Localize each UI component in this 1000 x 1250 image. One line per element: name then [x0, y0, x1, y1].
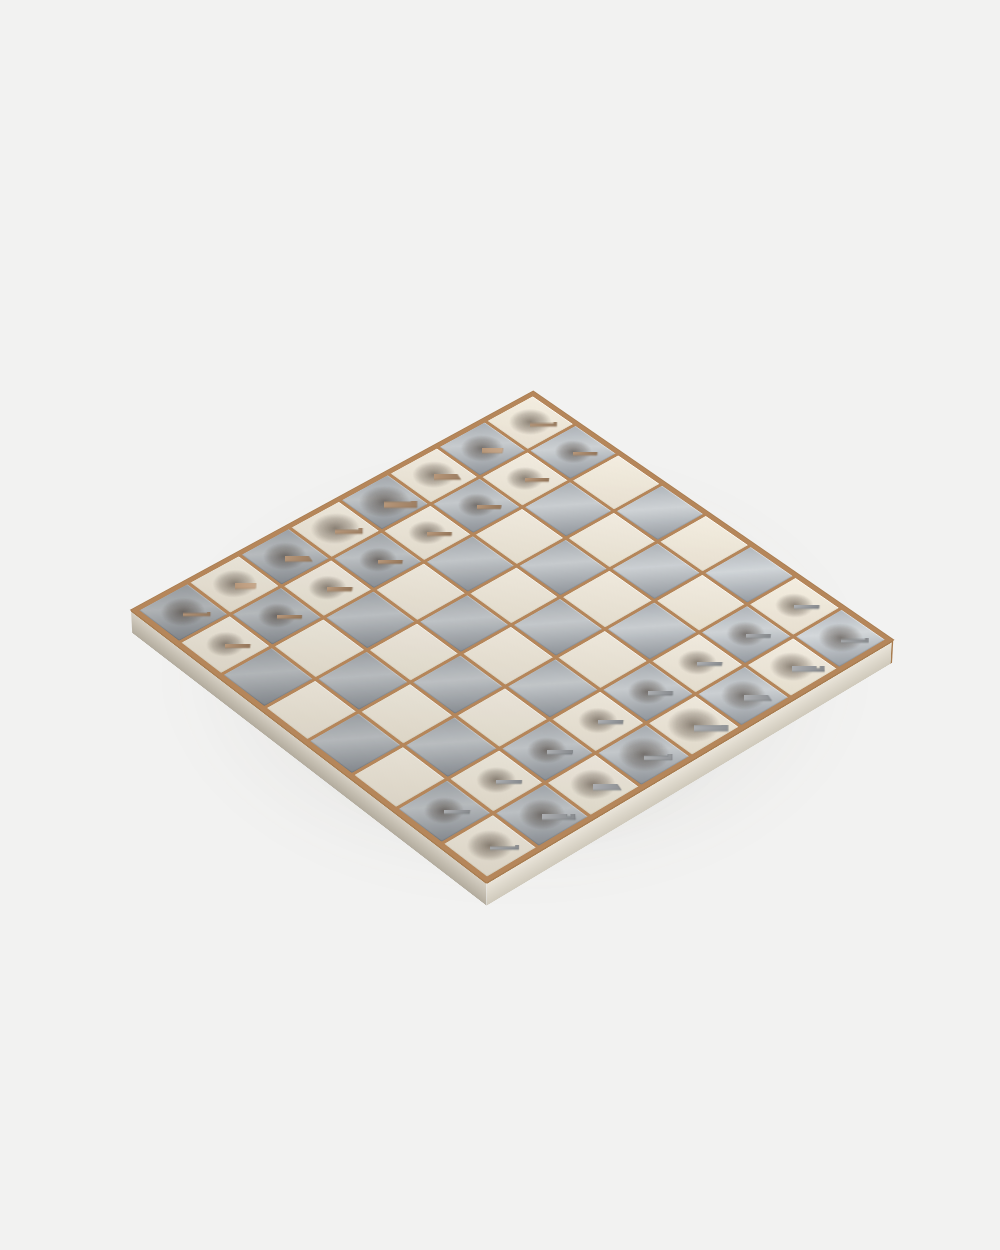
chess-board: ♜♞♝♛♚♝♞♜♟♟♟♟♟♟♟♟♟♟♟♟♟♟♟♟♜♞♝♛♚♝♞♜ — [131, 391, 893, 882]
product-photo-background: ♜♞♝♛♚♝♞♜♟♟♟♟♟♟♟♟♟♟♟♟♟♟♟♟♜♞♝♛♚♝♞♜ — [0, 0, 1000, 1250]
